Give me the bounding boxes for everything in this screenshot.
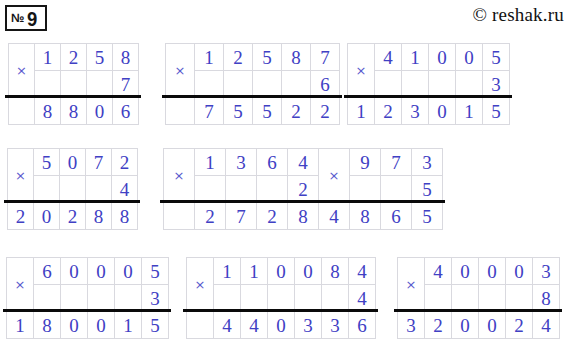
multiplier-digit: 4: [349, 285, 375, 311]
product-digit: 1: [7, 312, 33, 338]
multiplicand-digit: 3: [412, 149, 442, 175]
multiplicand-digit: 3: [226, 149, 256, 175]
multiplicand-digit: 0: [61, 258, 87, 284]
empty-cell: [282, 71, 310, 97]
multiplier-digit: 3: [142, 285, 168, 311]
multiplicand-digit: 2: [224, 44, 252, 70]
multiplicand-digit: 3: [533, 258, 559, 284]
multiplicand-digit: 8: [113, 44, 138, 70]
multiplication-problem-60005x3: ×600053180015: [6, 257, 169, 339]
product-digit: 8: [86, 203, 111, 229]
empty-cell: [350, 176, 380, 202]
empty-cell: [381, 176, 411, 202]
product-line: [162, 95, 342, 98]
multiplicand-digit: 0: [88, 258, 114, 284]
multiplicand-digit: 0: [60, 149, 85, 175]
multiplicand-digit: 7: [381, 149, 411, 175]
product-digit: 6: [381, 203, 411, 229]
product-digit: 2: [506, 312, 532, 338]
multiplicand-digit: 0: [268, 258, 294, 284]
empty-cell: [34, 285, 60, 311]
product-digit: 5: [412, 203, 442, 229]
task-number-box: № 9: [5, 5, 47, 31]
product-digit: 3: [402, 98, 428, 124]
empty-cell: [61, 71, 86, 97]
empty-cell: [402, 71, 428, 97]
empty-cell: [241, 285, 267, 311]
multiplicand-digit: 7: [311, 44, 339, 70]
multiplier-digit: 6: [311, 71, 339, 97]
multiply-sign: ×: [166, 44, 194, 97]
multiplicand-digit: 9: [350, 149, 380, 175]
multiplicand-digit: 1: [241, 258, 267, 284]
multiplication-problem-5072x4: ×5072420288: [7, 148, 138, 230]
empty-cell: [425, 285, 451, 311]
multiplier-digit: 7: [113, 71, 138, 97]
multiplicand-digit: 6: [257, 149, 287, 175]
empty-cell: [195, 71, 223, 97]
product-digit: 2: [195, 203, 225, 229]
product-digit: 6: [113, 98, 138, 124]
multiplicand-digit: 2: [112, 149, 137, 175]
product-digit: 8: [34, 312, 60, 338]
problem-grid: ×600053180015: [6, 257, 169, 339]
product-digit: 8: [350, 203, 380, 229]
product-digit: 2: [257, 203, 287, 229]
product-digit: 0: [479, 312, 505, 338]
multiply-sign: ×: [187, 258, 213, 311]
product-digit: 5: [253, 98, 281, 124]
multiplicand-digit: 1: [402, 44, 428, 70]
multiplicand-digit: 4: [425, 258, 451, 284]
empty-cell: [295, 285, 321, 311]
empty-cell: [452, 285, 478, 311]
product-digit: 7: [226, 203, 256, 229]
problem-grid: ×125878806: [8, 43, 139, 125]
multiplicand-digit: 5: [483, 44, 509, 70]
empty-cell: [506, 285, 532, 311]
multiply-sign: ×: [9, 44, 34, 97]
problem-grid: ×136422728: [163, 148, 319, 230]
empty-cell: [115, 285, 141, 311]
product-digit: 4: [533, 312, 559, 338]
multiplicand-digit: 0: [295, 258, 321, 284]
product-digit: 2: [8, 203, 33, 229]
product-digit: 3: [322, 312, 348, 338]
product-line: [4, 200, 140, 203]
empty-cell: [479, 285, 505, 311]
multiplication-problem-40003x8: ×400038320024: [397, 257, 560, 339]
product-digit: 0: [61, 312, 87, 338]
product-digit: 2: [375, 98, 401, 124]
empty-cell: [35, 71, 60, 97]
product-digit: 8: [61, 98, 86, 124]
multiplicand-digit: 0: [429, 44, 455, 70]
multiply-sign: ×: [319, 149, 349, 202]
product-digit: 5: [483, 98, 509, 124]
empty-cell: [166, 98, 194, 124]
multiplier-digit: 5: [412, 176, 442, 202]
product-digit: 5: [142, 312, 168, 338]
product-digit: 3: [398, 312, 424, 338]
product-digit: 5: [224, 98, 252, 124]
multiplicand-digit: 1: [195, 44, 223, 70]
product-digit: 8: [112, 203, 137, 229]
empty-cell: [322, 285, 348, 311]
multiplier-digit: 4: [112, 176, 137, 202]
product-digit: 1: [348, 98, 374, 124]
empty-cell: [456, 71, 482, 97]
multiplication-problem-973x5: ×97354865: [318, 148, 443, 230]
multiply-sign: ×: [348, 44, 374, 97]
product-digit: 8: [288, 203, 318, 229]
multiplicand-digit: 0: [452, 258, 478, 284]
multiplicand-digit: 8: [322, 258, 348, 284]
multiplicand-digit: 4: [349, 258, 375, 284]
empty-cell: [88, 285, 114, 311]
product-digit: 4: [319, 203, 349, 229]
empty-cell: [268, 285, 294, 311]
multiplicand-digit: 5: [142, 258, 168, 284]
task-number: 9: [27, 8, 37, 29]
product-digit: 2: [282, 98, 310, 124]
multiplier-digit: 3: [483, 71, 509, 97]
empty-cell: [164, 203, 194, 229]
empty-cell: [9, 98, 34, 124]
product-digit: 0: [268, 312, 294, 338]
empty-cell: [224, 71, 252, 97]
multiplicand-digit: 8: [282, 44, 310, 70]
multiplication-problem-1364x2: ×136422728: [163, 148, 319, 230]
empty-cell: [214, 285, 240, 311]
multiplicand-digit: 6: [34, 258, 60, 284]
product-digit: 7: [195, 98, 223, 124]
product-line: [394, 309, 562, 312]
empty-cell: [429, 71, 455, 97]
product-digit: 3: [295, 312, 321, 338]
problem-grid: ×5072420288: [7, 148, 138, 230]
empty-cell: [61, 285, 87, 311]
problem-grid: ×97354865: [318, 148, 443, 230]
product-digit: 1: [115, 312, 141, 338]
multiplicand-digit: 1: [35, 44, 60, 70]
multiply-sign: ×: [398, 258, 424, 311]
product-digit: 0: [88, 312, 114, 338]
product-line: [5, 95, 141, 98]
empty-cell: [375, 71, 401, 97]
product-digit: 0: [87, 98, 112, 124]
product-line: [315, 200, 445, 203]
numero-sign: №: [11, 12, 24, 24]
multiplicand-digit: 0: [506, 258, 532, 284]
multiplicand-digit: 4: [288, 149, 318, 175]
problem-grid: ×410053123015: [347, 43, 510, 125]
product-digit: 0: [34, 203, 59, 229]
problem-grid: ×12587675522: [165, 43, 340, 125]
empty-cell: [87, 71, 112, 97]
multiplier-digit: 2: [288, 176, 318, 202]
product-digit: 6: [349, 312, 375, 338]
empty-cell: [257, 176, 287, 202]
empty-cell: [226, 176, 256, 202]
product-digit: 2: [60, 203, 85, 229]
multiplicand-digit: 0: [456, 44, 482, 70]
product-digit: 2: [311, 98, 339, 124]
product-digit: 8: [35, 98, 60, 124]
product-digit: 4: [241, 312, 267, 338]
product-digit: 4: [214, 312, 240, 338]
worksheet-page: № 9 © reshak.ru ×125878806×12587675522×4…: [0, 0, 567, 343]
product-digit: 1: [456, 98, 482, 124]
copyright-text: © reshak.ru: [472, 4, 564, 26]
multiplicand-digit: 0: [479, 258, 505, 284]
multiplicand-digit: 1: [195, 149, 225, 175]
multiplicand-digit: 4: [375, 44, 401, 70]
multiplication-problem-110084x4: ×1100844440336: [186, 257, 376, 339]
multiplicand-digit: 2: [61, 44, 86, 70]
product-line: [3, 309, 171, 312]
multiply-sign: ×: [7, 258, 33, 311]
empty-cell: [253, 71, 281, 97]
product-digit: 0: [429, 98, 455, 124]
multiply-sign: ×: [164, 149, 194, 202]
product-digit: 0: [452, 312, 478, 338]
multiplication-problem-41005x3: ×410053123015: [347, 43, 510, 125]
empty-cell: [60, 176, 85, 202]
empty-cell: [195, 176, 225, 202]
product-line: [183, 309, 378, 312]
empty-cell: [86, 176, 111, 202]
multiplicand-digit: 7: [86, 149, 111, 175]
multiplication-problem-12587x6: ×12587675522: [165, 43, 340, 125]
product-digit: 2: [425, 312, 451, 338]
product-line: [160, 200, 321, 203]
problem-grid: ×400038320024: [397, 257, 560, 339]
empty-cell: [187, 312, 213, 338]
multiplier-digit: 8: [533, 285, 559, 311]
multiplication-problem-1258x7: ×125878806: [8, 43, 139, 125]
multiplicand-digit: 5: [34, 149, 59, 175]
multiplicand-digit: 0: [115, 258, 141, 284]
multiplicand-digit: 5: [87, 44, 112, 70]
product-line: [344, 95, 512, 98]
multiplicand-digit: 1: [214, 258, 240, 284]
multiply-sign: ×: [8, 149, 33, 202]
multiplicand-digit: 5: [253, 44, 281, 70]
problem-grid: ×1100844440336: [186, 257, 376, 339]
empty-cell: [34, 176, 59, 202]
